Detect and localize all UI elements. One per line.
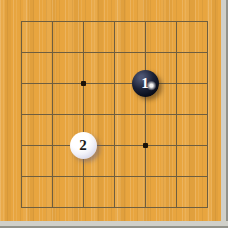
stones-layer: 12 <box>0 0 221 221</box>
go-board: 12 <box>0 0 221 221</box>
star-point-c5 <box>81 81 86 86</box>
white-stone-2[interactable]: 2 <box>70 132 97 159</box>
move-number-label: 2 <box>79 138 87 153</box>
go-board-panel: 12 <box>0 0 228 228</box>
star-point-e3 <box>143 143 148 148</box>
black-stone-1[interactable]: 1 <box>132 70 159 97</box>
move-number-label: 1 <box>141 76 149 91</box>
panel-frame-bottom <box>0 221 228 228</box>
panel-frame-right <box>221 0 228 228</box>
